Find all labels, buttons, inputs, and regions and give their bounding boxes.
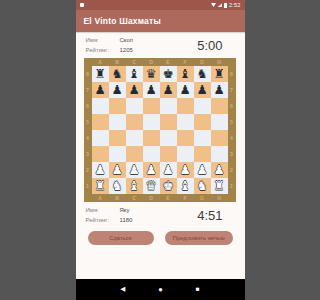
status-bar: 2:52 <box>76 0 245 10</box>
file-label-h: H <box>211 58 228 66</box>
rank-label-8: 8 <box>84 66 92 82</box>
square-h8[interactable]: ♜ <box>211 66 228 82</box>
rank-label-3: 3 <box>228 146 236 162</box>
rank-label-6: 6 <box>84 98 92 114</box>
square-a2[interactable]: ♟ <box>92 162 109 178</box>
square-d6[interactable] <box>143 98 160 114</box>
rank-label-2: 2 <box>228 162 236 178</box>
piece-black-knight: ♞ <box>196 66 207 82</box>
opponent-rating-label: Рейтинг: <box>86 46 120 56</box>
square-d3[interactable] <box>143 146 160 162</box>
square-g3[interactable] <box>194 146 211 162</box>
piece-white-pawn: ♟ <box>179 162 190 178</box>
file-label-d: D <box>143 194 160 202</box>
square-g8[interactable]: ♞ <box>194 66 211 82</box>
piece-white-rook: ♜ <box>94 178 105 194</box>
opponent-clock: 5:00 <box>197 38 234 53</box>
chess-board: ABCDEFGH8♜♞♝♛♚♝♞♜87♟♟♟♟♟♟♟♟7665544332♟♟♟… <box>84 58 236 202</box>
square-h2[interactable]: ♟ <box>211 162 228 178</box>
square-h1[interactable]: ♜ <box>211 178 228 194</box>
square-b4[interactable] <box>109 130 126 146</box>
square-f4[interactable] <box>177 130 194 146</box>
board-corner <box>228 194 236 202</box>
square-f7[interactable]: ♟ <box>177 82 194 98</box>
piece-white-pawn: ♟ <box>196 162 207 178</box>
rank-label-1: 1 <box>84 178 92 194</box>
rank-label-6: 6 <box>228 98 236 114</box>
piece-white-pawn: ♟ <box>111 162 122 178</box>
piece-white-rook: ♜ <box>213 178 224 194</box>
square-f5[interactable] <box>177 114 194 130</box>
square-g5[interactable] <box>194 114 211 130</box>
piece-black-bishop: ♝ <box>179 66 190 82</box>
piece-black-pawn: ♟ <box>94 82 105 98</box>
app-bar: El Vinto Шахматы <box>76 10 245 32</box>
square-a7[interactable]: ♟ <box>92 82 109 98</box>
file-label-c: C <box>126 58 143 66</box>
cellular-signal-icon <box>217 3 222 7</box>
board-corner <box>84 58 92 66</box>
rank-label-7: 7 <box>228 82 236 98</box>
resign-button[interactable]: Сдаться <box>88 231 154 245</box>
square-c3[interactable] <box>126 146 143 162</box>
file-label-e: E <box>160 58 177 66</box>
square-c2[interactable]: ♟ <box>126 162 143 178</box>
opponent-name-label: Имя: <box>86 36 120 46</box>
square-g4[interactable] <box>194 130 211 146</box>
square-d1[interactable]: ♛ <box>143 178 160 194</box>
square-c1[interactable]: ♝ <box>126 178 143 194</box>
file-label-b: B <box>109 194 126 202</box>
action-buttons: Сдаться Предложить ничью <box>76 227 245 245</box>
square-f3[interactable] <box>177 146 194 162</box>
file-label-g: G <box>194 58 211 66</box>
square-a1[interactable]: ♜ <box>92 178 109 194</box>
square-h4[interactable] <box>211 130 228 146</box>
square-f8[interactable]: ♝ <box>177 66 194 82</box>
file-label-d: D <box>143 58 160 66</box>
piece-black-knight: ♞ <box>111 66 122 82</box>
file-label-e: E <box>160 194 177 202</box>
piece-white-king: ♚ <box>162 178 173 194</box>
player-name: Яку <box>120 206 130 216</box>
square-a8[interactable]: ♜ <box>92 66 109 82</box>
rank-label-1: 1 <box>228 178 236 194</box>
square-d4[interactable] <box>143 130 160 146</box>
square-e4[interactable] <box>160 130 177 146</box>
square-d5[interactable] <box>143 114 160 130</box>
file-label-f: F <box>177 194 194 202</box>
square-e3[interactable] <box>160 146 177 162</box>
board-corner <box>228 58 236 66</box>
square-c4[interactable] <box>126 130 143 146</box>
file-label-f: F <box>177 58 194 66</box>
square-b5[interactable] <box>109 114 126 130</box>
square-c7[interactable]: ♟ <box>126 82 143 98</box>
android-nav-bar: ◀ ● ■ <box>76 279 245 300</box>
square-a4[interactable] <box>92 130 109 146</box>
square-b6[interactable] <box>109 98 126 114</box>
piece-white-knight: ♞ <box>196 178 207 194</box>
square-e2[interactable]: ♟ <box>160 162 177 178</box>
wifi-icon <box>211 3 216 7</box>
square-h7[interactable]: ♟ <box>211 82 228 98</box>
rank-label-5: 5 <box>228 114 236 130</box>
square-g7[interactable]: ♟ <box>194 82 211 98</box>
square-e8[interactable]: ♚ <box>160 66 177 82</box>
piece-white-pawn: ♟ <box>213 162 224 178</box>
piece-white-knight: ♞ <box>111 178 122 194</box>
rank-label-8: 8 <box>228 66 236 82</box>
piece-black-pawn: ♟ <box>196 82 207 98</box>
file-label-g: G <box>194 194 211 202</box>
square-e7[interactable]: ♟ <box>160 82 177 98</box>
offer-draw-button[interactable]: Предложить ничью <box>165 231 233 245</box>
piece-black-pawn: ♟ <box>162 82 173 98</box>
square-c5[interactable] <box>126 114 143 130</box>
square-b2[interactable]: ♟ <box>109 162 126 178</box>
piece-white-bishop: ♝ <box>128 178 139 194</box>
square-d2[interactable]: ♟ <box>143 162 160 178</box>
square-h3[interactable] <box>211 146 228 162</box>
piece-black-pawn: ♟ <box>213 82 224 98</box>
square-f6[interactable] <box>177 98 194 114</box>
piece-white-pawn: ♟ <box>128 162 139 178</box>
square-f2[interactable]: ♟ <box>177 162 194 178</box>
player-panel: Имя: Яку Рейтинг: 1180 4:51 <box>76 202 245 227</box>
piece-white-pawn: ♟ <box>162 162 173 178</box>
square-e5[interactable] <box>160 114 177 130</box>
square-h6[interactable] <box>211 98 228 114</box>
rank-label-4: 4 <box>228 130 236 146</box>
square-d8[interactable]: ♛ <box>143 66 160 82</box>
player-rating: 1180 <box>120 216 133 226</box>
piece-white-pawn: ♟ <box>145 162 156 178</box>
square-b3[interactable] <box>109 146 126 162</box>
piece-black-rook: ♜ <box>213 66 224 82</box>
square-e6[interactable] <box>160 98 177 114</box>
battery-icon <box>224 3 227 8</box>
piece-black-pawn: ♟ <box>111 82 122 98</box>
opponent-panel: Имя: Скоп Рейтинг: 1205 5:00 <box>76 32 245 57</box>
piece-black-king: ♚ <box>162 66 173 82</box>
square-a5[interactable] <box>92 114 109 130</box>
piece-white-queen: ♛ <box>145 178 156 194</box>
piece-black-pawn: ♟ <box>128 82 139 98</box>
opponent-rating: 1205 <box>120 46 133 56</box>
rank-label-7: 7 <box>84 82 92 98</box>
board-area: ABCDEFGH8♜♞♝♛♚♝♞♜87♟♟♟♟♟♟♟♟7665544332♟♟♟… <box>76 57 245 202</box>
player-name-label: Имя: <box>86 206 120 216</box>
app-title: El Vinto Шахматы <box>84 16 161 26</box>
piece-black-pawn: ♟ <box>145 82 156 98</box>
square-f1[interactable]: ♝ <box>177 178 194 194</box>
square-e1[interactable]: ♚ <box>160 178 177 194</box>
square-b7[interactable]: ♟ <box>109 82 126 98</box>
piece-white-pawn: ♟ <box>94 162 105 178</box>
rank-label-3: 3 <box>84 146 92 162</box>
recents-icon[interactable]: ■ <box>196 286 200 293</box>
player-rating-label: Рейтинг: <box>86 216 120 226</box>
piece-black-pawn: ♟ <box>179 82 190 98</box>
square-h5[interactable] <box>211 114 228 130</box>
square-c8[interactable]: ♝ <box>126 66 143 82</box>
square-g6[interactable] <box>194 98 211 114</box>
square-g1[interactable]: ♞ <box>194 178 211 194</box>
square-b8[interactable]: ♞ <box>109 66 126 82</box>
file-label-a: A <box>92 194 109 202</box>
opponent-name: Скоп <box>120 36 134 46</box>
player-clock: 4:51 <box>197 208 234 223</box>
piece-black-bishop: ♝ <box>128 66 139 82</box>
status-time: 2:52 <box>229 2 241 8</box>
file-label-b: B <box>109 58 126 66</box>
piece-white-bishop: ♝ <box>179 178 190 194</box>
notification-icon <box>80 3 84 7</box>
home-icon[interactable]: ● <box>158 286 163 294</box>
square-b1[interactable]: ♞ <box>109 178 126 194</box>
piece-black-rook: ♜ <box>94 66 105 82</box>
file-label-h: H <box>211 194 228 202</box>
file-label-a: A <box>92 58 109 66</box>
rank-label-2: 2 <box>84 162 92 178</box>
board-corner <box>84 194 92 202</box>
rank-label-5: 5 <box>84 114 92 130</box>
file-label-c: C <box>126 194 143 202</box>
rank-label-4: 4 <box>84 130 92 146</box>
square-d7[interactable]: ♟ <box>143 82 160 98</box>
square-c6[interactable] <box>126 98 143 114</box>
back-icon[interactable]: ◀ <box>120 286 125 293</box>
piece-black-queen: ♛ <box>145 66 156 82</box>
square-a3[interactable] <box>92 146 109 162</box>
square-a6[interactable] <box>92 98 109 114</box>
app-window: 2:52 El Vinto Шахматы Имя: Скоп Рейтинг:… <box>76 0 245 300</box>
square-g2[interactable]: ♟ <box>194 162 211 178</box>
